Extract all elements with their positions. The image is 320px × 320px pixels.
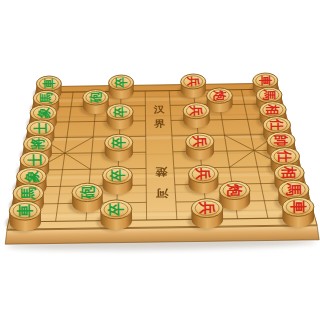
river-label-chu: 楚 <box>154 166 169 178</box>
piece-character: 炮 <box>226 183 244 197</box>
piece-character: 相 <box>280 166 298 179</box>
river-label-jie: 界 <box>153 119 166 129</box>
piece-character: 馬 <box>19 186 37 200</box>
piece-character: 卒 <box>111 106 128 118</box>
piece-character: 帥 <box>272 135 289 147</box>
piece-character: 兵 <box>188 104 205 116</box>
piece-character: 卒 <box>106 203 126 216</box>
piece-red[interactable]: 兵 <box>177 74 206 100</box>
piece-character: 砲 <box>78 186 96 200</box>
piece-character: 車 <box>41 78 57 90</box>
piece-character: 象 <box>22 170 40 183</box>
piece-character: 兵 <box>185 76 201 87</box>
piece-character: 兵 <box>194 167 212 180</box>
xiangqi-scene: 汉界楚河車卒兵車馬砲炮馬象卒兵相士仕將卒兵帥士仕象卒兵相馬砲炮馬車卒兵車 <box>3 72 319 251</box>
piece-character: 象 <box>35 107 52 119</box>
piece-character: 士 <box>32 122 49 134</box>
piece-character: 仕 <box>276 149 294 162</box>
piece-character: 馬 <box>38 92 54 104</box>
piece-character: 將 <box>29 137 46 150</box>
photo-background: 汉界楚河車卒兵車馬砲炮馬象卒兵相士仕將卒兵帥士仕象卒兵相馬砲炮馬車卒兵車 <box>0 0 320 320</box>
piece-character: 仕 <box>268 118 285 130</box>
piece-character: 相 <box>264 103 281 115</box>
piece-character: 馬 <box>285 182 303 196</box>
piece-character: 車 <box>257 74 273 86</box>
piece-character: 車 <box>15 204 35 217</box>
river-label-han: 汉 <box>152 104 165 114</box>
piece-character: 兵 <box>197 202 217 216</box>
piece-character: 炮 <box>212 89 228 101</box>
piece-character: 卒 <box>113 77 129 89</box>
piece-character: 砲 <box>88 91 104 103</box>
piece-character: 兵 <box>191 135 208 148</box>
piece-character: 士 <box>26 153 44 166</box>
piece-character: 車 <box>288 200 308 213</box>
xiangqi-board-photo: 汉界楚河車卒兵車馬砲炮馬象卒兵相士仕將卒兵帥士仕象卒兵相馬砲炮馬車卒兵車 <box>0 0 320 320</box>
piece-green[interactable]: 卒 <box>105 75 134 101</box>
river-label-he: 河 <box>155 187 170 200</box>
piece-character: 馬 <box>261 89 277 101</box>
piece-character: 卒 <box>108 169 126 182</box>
piece-character: 卒 <box>110 136 127 149</box>
